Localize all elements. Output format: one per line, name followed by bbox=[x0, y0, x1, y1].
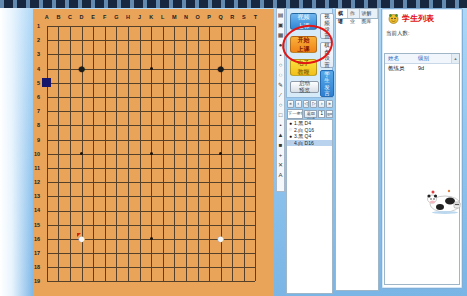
board-cell-L13[interactable] bbox=[157, 189, 169, 203]
nav-button-0[interactable]: « bbox=[287, 100, 294, 108]
board-cell-J4[interactable] bbox=[134, 62, 146, 76]
board-cell-N19[interactable] bbox=[180, 274, 192, 288]
board-cell-E3[interactable] bbox=[87, 47, 99, 61]
board-cell-S18[interactable] bbox=[238, 260, 250, 274]
board-cell-G7[interactable] bbox=[111, 104, 123, 118]
board-cell-P19[interactable] bbox=[203, 274, 215, 288]
board-cell-G16[interactable] bbox=[111, 232, 123, 246]
board-cell-R12[interactable] bbox=[227, 175, 239, 189]
board-cell-E10[interactable] bbox=[87, 147, 99, 161]
board-cell-R19[interactable] bbox=[227, 274, 239, 288]
pen-tool-icon[interactable]: ✎ bbox=[277, 80, 285, 90]
circle-mark-tool-icon[interactable]: ○ bbox=[277, 100, 285, 110]
board-cell-C6[interactable] bbox=[64, 90, 76, 104]
board-cell-O8[interactable] bbox=[192, 118, 204, 132]
board-cell-Q1[interactable] bbox=[215, 19, 227, 33]
board-cell-B16[interactable] bbox=[53, 232, 65, 246]
board-cell-E2[interactable] bbox=[87, 33, 99, 47]
board-cell-D11[interactable] bbox=[76, 161, 88, 175]
board-cell-N7[interactable] bbox=[180, 104, 192, 118]
board-cell-A2[interactable] bbox=[41, 33, 53, 47]
board-cell-K10[interactable] bbox=[145, 147, 157, 161]
board-cell-L16[interactable] bbox=[157, 232, 169, 246]
student-name-header[interactable]: 姓名 bbox=[385, 55, 418, 62]
board-cell-S15[interactable] bbox=[238, 218, 250, 232]
board-cell-H2[interactable] bbox=[122, 33, 134, 47]
board-cell-D12[interactable] bbox=[76, 175, 88, 189]
board-cell-K6[interactable] bbox=[145, 90, 157, 104]
board-cell-K14[interactable] bbox=[145, 203, 157, 217]
board-cell-R16[interactable] bbox=[227, 232, 239, 246]
board-cell-S14[interactable] bbox=[238, 203, 250, 217]
board-cell-S1[interactable] bbox=[238, 19, 250, 33]
board-cell-O11[interactable] bbox=[192, 161, 204, 175]
board-cell-J13[interactable] bbox=[134, 189, 146, 203]
board-cell-H17[interactable] bbox=[122, 246, 134, 260]
board-cell-Q18[interactable] bbox=[215, 260, 227, 274]
board-cell-A17[interactable] bbox=[41, 246, 53, 260]
nav-button-3[interactable]: ▷ bbox=[310, 100, 317, 108]
board-cell-R5[interactable] bbox=[227, 76, 239, 90]
board-cell-K8[interactable] bbox=[145, 118, 157, 132]
board-cell-N10[interactable] bbox=[180, 147, 192, 161]
student-rank-header[interactable]: 级别 bbox=[418, 55, 451, 62]
board-cell-G4[interactable] bbox=[111, 62, 123, 76]
board-cell-T16[interactable] bbox=[250, 232, 262, 246]
board-cell-B7[interactable] bbox=[53, 104, 65, 118]
board-cell-B4[interactable] bbox=[53, 62, 65, 76]
board-cell-H19[interactable] bbox=[122, 274, 134, 288]
board-cell-B19[interactable] bbox=[53, 274, 65, 288]
board-cell-D3[interactable] bbox=[76, 47, 88, 61]
eraser-tool-icon[interactable]: ◌ bbox=[277, 70, 285, 80]
board-cell-K2[interactable] bbox=[145, 33, 157, 47]
board-cell-F10[interactable] bbox=[99, 147, 111, 161]
board-cell-G14[interactable] bbox=[111, 203, 123, 217]
student-row[interactable]: 教练员9d bbox=[385, 64, 459, 72]
board-cell-G15[interactable] bbox=[111, 218, 123, 232]
board-cell-D1[interactable] bbox=[76, 19, 88, 33]
board-cell-F12[interactable] bbox=[99, 175, 111, 189]
board-cell-K15[interactable] bbox=[145, 218, 157, 232]
board-cell-N2[interactable] bbox=[180, 33, 192, 47]
board-cell-C1[interactable] bbox=[64, 19, 76, 33]
board-cell-P1[interactable] bbox=[203, 19, 215, 33]
board-cell-Q6[interactable] bbox=[215, 90, 227, 104]
board-cell-M15[interactable] bbox=[169, 218, 181, 232]
board-cell-B9[interactable] bbox=[53, 133, 65, 147]
new-file-icon[interactable]: ▤ bbox=[277, 10, 285, 20]
board-cell-Q15[interactable] bbox=[215, 218, 227, 232]
board-cell-B13[interactable] bbox=[53, 189, 65, 203]
board-cell-D10[interactable] bbox=[76, 147, 88, 161]
board-cell-Q9[interactable] bbox=[215, 133, 227, 147]
board-cell-J6[interactable] bbox=[134, 90, 146, 104]
nav-button-1[interactable]: ‹ bbox=[295, 100, 302, 108]
board-cell-B8[interactable] bbox=[53, 118, 65, 132]
board-cell-H10[interactable] bbox=[122, 147, 134, 161]
board-cell-G2[interactable] bbox=[111, 33, 123, 47]
move-number-input[interactable] bbox=[318, 110, 325, 118]
board-cell-T4[interactable] bbox=[250, 62, 262, 76]
board-cell-N5[interactable] bbox=[180, 76, 192, 90]
board-cell-C9[interactable] bbox=[64, 133, 76, 147]
board-cell-G19[interactable] bbox=[111, 274, 123, 288]
board-cell-A12[interactable] bbox=[41, 175, 53, 189]
board-cell-A13[interactable] bbox=[41, 189, 53, 203]
board-cell-B18[interactable] bbox=[53, 260, 65, 274]
video-settings-button[interactable]: 视频 设置 bbox=[320, 13, 334, 39]
board-cell-R4[interactable] bbox=[227, 62, 239, 76]
board-cell-S4[interactable] bbox=[238, 62, 250, 76]
board-settings-button[interactable]: 棋盘 设置 bbox=[320, 42, 334, 68]
board-cell-C16[interactable] bbox=[64, 232, 76, 246]
board-cell-L2[interactable] bbox=[157, 33, 169, 47]
board-cell-C14[interactable] bbox=[64, 203, 76, 217]
board-cell-H8[interactable] bbox=[122, 118, 134, 132]
board-cell-G18[interactable] bbox=[111, 260, 123, 274]
tab-2[interactable]: 讲解图库 bbox=[360, 9, 379, 18]
x-mark-tool-icon[interactable]: ✕ bbox=[277, 160, 285, 170]
go-to-move-button[interactable]: go bbox=[326, 110, 333, 118]
board-cell-E18[interactable] bbox=[87, 260, 99, 274]
board-cell-J15[interactable] bbox=[134, 218, 146, 232]
board-cell-H3[interactable] bbox=[122, 47, 134, 61]
board-cell-T18[interactable] bbox=[250, 260, 262, 274]
board-cell-K13[interactable] bbox=[145, 189, 157, 203]
board-cell-F9[interactable] bbox=[99, 133, 111, 147]
board-cell-R15[interactable] bbox=[227, 218, 239, 232]
board-cell-P2[interactable] bbox=[203, 33, 215, 47]
board-cell-M13[interactable] bbox=[169, 189, 181, 203]
board-cell-E5[interactable] bbox=[87, 76, 99, 90]
board-cell-D16[interactable]: ● bbox=[76, 232, 88, 246]
board-cell-J19[interactable] bbox=[134, 274, 146, 288]
board-cell-L17[interactable] bbox=[157, 246, 169, 260]
board-cell-A18[interactable] bbox=[41, 260, 53, 274]
board-cell-F19[interactable] bbox=[99, 274, 111, 288]
board-cell-T9[interactable] bbox=[250, 133, 262, 147]
tab-0[interactable]: 棋谱 bbox=[336, 9, 348, 18]
board-cell-O19[interactable] bbox=[192, 274, 204, 288]
board-cell-M19[interactable] bbox=[169, 274, 181, 288]
board-cell-M18[interactable] bbox=[169, 260, 181, 274]
board-cell-L12[interactable] bbox=[157, 175, 169, 189]
move-list[interactable]: ●1.黑 D4○2.白 Q16●3.黑 Q4○4.白 D16 bbox=[286, 119, 333, 294]
board-cell-E15[interactable] bbox=[87, 218, 99, 232]
board-cell-E11[interactable] bbox=[87, 161, 99, 175]
board-cell-K1[interactable] bbox=[145, 19, 157, 33]
board-cell-A19[interactable] bbox=[41, 274, 53, 288]
board-cell-H9[interactable] bbox=[122, 133, 134, 147]
board-cell-D17[interactable] bbox=[76, 246, 88, 260]
board-cell-P16[interactable] bbox=[203, 232, 215, 246]
board-cell-F4[interactable] bbox=[99, 62, 111, 76]
board-cell-Q4[interactable]: ● bbox=[215, 62, 227, 76]
board-cell-T2[interactable] bbox=[250, 33, 262, 47]
board-cell-N18[interactable] bbox=[180, 260, 192, 274]
board-cell-J17[interactable] bbox=[134, 246, 146, 260]
board-cell-A11[interactable] bbox=[41, 161, 53, 175]
board-cell-Q8[interactable] bbox=[215, 118, 227, 132]
board-cell-Q16[interactable]: ● bbox=[215, 232, 227, 246]
board-cell-H12[interactable] bbox=[122, 175, 134, 189]
board-cell-C4[interactable] bbox=[64, 62, 76, 76]
cross-mark-tool-icon[interactable]: + bbox=[277, 150, 285, 160]
board-cell-J12[interactable] bbox=[134, 175, 146, 189]
small-stone-tool-icon[interactable]: • bbox=[277, 50, 285, 60]
board-cell-B5[interactable] bbox=[53, 76, 65, 90]
board-cell-Q12[interactable] bbox=[215, 175, 227, 189]
board-cell-S6[interactable] bbox=[238, 90, 250, 104]
board-cell-H15[interactable] bbox=[122, 218, 134, 232]
board-cell-K5[interactable] bbox=[145, 76, 157, 90]
board-cell-R2[interactable] bbox=[227, 33, 239, 47]
board-cell-P6[interactable] bbox=[203, 90, 215, 104]
board-cell-P3[interactable] bbox=[203, 47, 215, 61]
board-cell-P14[interactable] bbox=[203, 203, 215, 217]
board-cell-E16[interactable] bbox=[87, 232, 99, 246]
board-cell-K18[interactable] bbox=[145, 260, 157, 274]
board-cell-F11[interactable] bbox=[99, 161, 111, 175]
board-cell-M2[interactable] bbox=[169, 33, 181, 47]
board-cell-S2[interactable] bbox=[238, 33, 250, 47]
board-cell-R17[interactable] bbox=[227, 246, 239, 260]
board-cell-N15[interactable] bbox=[180, 218, 192, 232]
board-cell-G11[interactable] bbox=[111, 161, 123, 175]
board-cell-D6[interactable] bbox=[76, 90, 88, 104]
board-cell-S19[interactable] bbox=[238, 274, 250, 288]
board-cell-L10[interactable] bbox=[157, 147, 169, 161]
board-cell-P11[interactable] bbox=[203, 161, 215, 175]
board-cell-M12[interactable] bbox=[169, 175, 181, 189]
board-cell-F3[interactable] bbox=[99, 47, 111, 61]
board-cell-S5[interactable] bbox=[238, 76, 250, 90]
board-cell-E4[interactable] bbox=[87, 62, 99, 76]
board-cell-G6[interactable] bbox=[111, 90, 123, 104]
board-cell-P17[interactable] bbox=[203, 246, 215, 260]
board-cell-L19[interactable] bbox=[157, 274, 169, 288]
board-cell-L18[interactable] bbox=[157, 260, 169, 274]
board-cell-F15[interactable] bbox=[99, 218, 111, 232]
board-cell-D9[interactable] bbox=[76, 133, 88, 147]
board-cell-G17[interactable] bbox=[111, 246, 123, 260]
board-cell-C8[interactable] bbox=[64, 118, 76, 132]
board-cell-C13[interactable] bbox=[64, 189, 76, 203]
board-cell-M8[interactable] bbox=[169, 118, 181, 132]
board-cell-L4[interactable] bbox=[157, 62, 169, 76]
board-cell-A7[interactable] bbox=[41, 104, 53, 118]
board-cell-N11[interactable] bbox=[180, 161, 192, 175]
board-cell-S7[interactable] bbox=[238, 104, 250, 118]
board-cell-T7[interactable] bbox=[250, 104, 262, 118]
board-cell-B15[interactable] bbox=[53, 218, 65, 232]
board-cell-G5[interactable] bbox=[111, 76, 123, 90]
board-cell-Q3[interactable] bbox=[215, 47, 227, 61]
board-cell-E7[interactable] bbox=[87, 104, 99, 118]
board-cell-A15[interactable] bbox=[41, 218, 53, 232]
pointer-tool-button[interactable]: 电子教鞭 bbox=[290, 59, 317, 76]
board-cell-M3[interactable] bbox=[169, 47, 181, 61]
board-cell-Q7[interactable] bbox=[215, 104, 227, 118]
board-cell-B17[interactable] bbox=[53, 246, 65, 260]
board-cell-M1[interactable] bbox=[169, 19, 181, 33]
board-cell-B3[interactable] bbox=[53, 47, 65, 61]
board-cell-R7[interactable] bbox=[227, 104, 239, 118]
board-cell-Q2[interactable] bbox=[215, 33, 227, 47]
board-cell-K9[interactable] bbox=[145, 133, 157, 147]
board-cell-L5[interactable] bbox=[157, 76, 169, 90]
board-cell-N4[interactable] bbox=[180, 62, 192, 76]
board-cell-O14[interactable] bbox=[192, 203, 204, 217]
board-cell-C15[interactable] bbox=[64, 218, 76, 232]
board-cell-K11[interactable] bbox=[145, 161, 157, 175]
board-cell-S17[interactable] bbox=[238, 246, 250, 260]
board-cell-K17[interactable] bbox=[145, 246, 157, 260]
board-cell-G9[interactable] bbox=[111, 133, 123, 147]
board-cell-Q13[interactable] bbox=[215, 189, 227, 203]
board-cell-P9[interactable] bbox=[203, 133, 215, 147]
board-cell-M11[interactable] bbox=[169, 161, 181, 175]
board-cell-O10[interactable] bbox=[192, 147, 204, 161]
board-cell-J5[interactable] bbox=[134, 76, 146, 90]
return-joseki-button[interactable]: 返回定式 bbox=[304, 110, 317, 118]
board-cell-T1[interactable] bbox=[250, 19, 262, 33]
board-cell-L11[interactable] bbox=[157, 161, 169, 175]
board-cell-E19[interactable] bbox=[87, 274, 99, 288]
board-cell-H18[interactable] bbox=[122, 260, 134, 274]
board-cell-A6[interactable] bbox=[41, 90, 53, 104]
board-cell-D8[interactable] bbox=[76, 118, 88, 132]
board-cell-O9[interactable] bbox=[192, 133, 204, 147]
board-cell-H4[interactable] bbox=[122, 62, 134, 76]
board-cell-N8[interactable] bbox=[180, 118, 192, 132]
board-cell-D13[interactable] bbox=[76, 189, 88, 203]
filled-square-tool-icon[interactable]: ■ bbox=[277, 140, 285, 150]
board-cell-A5[interactable] bbox=[41, 76, 53, 90]
board-cell-T17[interactable] bbox=[250, 246, 262, 260]
board-cell-R8[interactable] bbox=[227, 118, 239, 132]
board-cell-J14[interactable] bbox=[134, 203, 146, 217]
board-cell-L3[interactable] bbox=[157, 47, 169, 61]
dot-mark-tool-icon[interactable]: • bbox=[277, 120, 285, 130]
board-cell-Q10[interactable] bbox=[215, 147, 227, 161]
board-cell-A3[interactable] bbox=[41, 47, 53, 61]
board-cell-O7[interactable] bbox=[192, 104, 204, 118]
board-cell-H16[interactable] bbox=[122, 232, 134, 246]
board-cell-S9[interactable] bbox=[238, 133, 250, 147]
variation-dropdown[interactable]: 下一变化 bbox=[287, 109, 303, 119]
board-cell-F2[interactable] bbox=[99, 33, 111, 47]
board-cell-O12[interactable] bbox=[192, 175, 204, 189]
board-cell-H13[interactable] bbox=[122, 189, 134, 203]
board-cell-C3[interactable] bbox=[64, 47, 76, 61]
board-cell-T19[interactable] bbox=[250, 274, 262, 288]
board-cell-P10[interactable] bbox=[203, 147, 215, 161]
board-cell-R6[interactable] bbox=[227, 90, 239, 104]
triangle-mark-tool-icon[interactable]: ▲ bbox=[277, 130, 285, 140]
board-cell-C10[interactable] bbox=[64, 147, 76, 161]
board-cell-Q17[interactable] bbox=[215, 246, 227, 260]
board-cell-G13[interactable] bbox=[111, 189, 123, 203]
board-cell-P5[interactable] bbox=[203, 76, 215, 90]
board-cell-A16[interactable] bbox=[41, 232, 53, 246]
board-cell-G12[interactable] bbox=[111, 175, 123, 189]
board-cell-O3[interactable] bbox=[192, 47, 204, 61]
scrollbar-up-icon[interactable]: ▲ bbox=[451, 54, 459, 63]
board-cell-J8[interactable] bbox=[134, 118, 146, 132]
board-cell-L8[interactable] bbox=[157, 118, 169, 132]
board-cell-N6[interactable] bbox=[180, 90, 192, 104]
board-cell-K3[interactable] bbox=[145, 47, 157, 61]
board-cell-P12[interactable] bbox=[203, 175, 215, 189]
board-cell-F1[interactable] bbox=[99, 19, 111, 33]
board-cell-P18[interactable] bbox=[203, 260, 215, 274]
board-cell-O18[interactable] bbox=[192, 260, 204, 274]
board-cell-J16[interactable] bbox=[134, 232, 146, 246]
board-cell-F13[interactable] bbox=[99, 189, 111, 203]
board-cell-O17[interactable] bbox=[192, 246, 204, 260]
board-cell-B11[interactable] bbox=[53, 161, 65, 175]
board-cell-G8[interactable] bbox=[111, 118, 123, 132]
board-cell-G10[interactable] bbox=[111, 147, 123, 161]
board-cell-F16[interactable] bbox=[99, 232, 111, 246]
board-cell-P13[interactable] bbox=[203, 189, 215, 203]
board-cell-K4[interactable] bbox=[145, 62, 157, 76]
save-icon[interactable]: ▦ bbox=[277, 30, 285, 40]
board-cell-K12[interactable] bbox=[145, 175, 157, 189]
board-cell-B14[interactable] bbox=[53, 203, 65, 217]
board-cell-L6[interactable] bbox=[157, 90, 169, 104]
board-cell-S11[interactable] bbox=[238, 161, 250, 175]
board-cell-Q5[interactable] bbox=[215, 76, 227, 90]
board-cell-R3[interactable] bbox=[227, 47, 239, 61]
board-cell-K7[interactable] bbox=[145, 104, 157, 118]
line-tool-icon[interactable]: ∕ bbox=[277, 90, 285, 100]
board-cell-Q11[interactable] bbox=[215, 161, 227, 175]
board-cell-O5[interactable] bbox=[192, 76, 204, 90]
board-cell-L9[interactable] bbox=[157, 133, 169, 147]
board-cell-R18[interactable] bbox=[227, 260, 239, 274]
board-cell-C2[interactable] bbox=[64, 33, 76, 47]
board-cell-J18[interactable] bbox=[134, 260, 146, 274]
board-cell-J3[interactable] bbox=[134, 47, 146, 61]
board-cell-C7[interactable] bbox=[64, 104, 76, 118]
board-cell-T11[interactable] bbox=[250, 161, 262, 175]
board-cell-O15[interactable] bbox=[192, 218, 204, 232]
board-cell-B10[interactable] bbox=[53, 147, 65, 161]
board-cell-A4[interactable] bbox=[41, 62, 53, 76]
board-cell-O4[interactable] bbox=[192, 62, 204, 76]
board-cell-M7[interactable] bbox=[169, 104, 181, 118]
video-class-button[interactable]: 视频上课 bbox=[290, 13, 317, 30]
start-class-button[interactable]: 开始上课 bbox=[290, 36, 317, 53]
board-cell-T5[interactable] bbox=[250, 76, 262, 90]
board-cell-M5[interactable] bbox=[169, 76, 181, 90]
board-cell-H5[interactable] bbox=[122, 76, 134, 90]
white-stone-tool-icon[interactable]: ○ bbox=[277, 60, 285, 70]
preview-button[interactable]: 启动预览 bbox=[290, 81, 319, 93]
board-cell-C11[interactable] bbox=[64, 161, 76, 175]
nav-button-5[interactable]: » bbox=[326, 100, 333, 108]
board-cell-L7[interactable] bbox=[157, 104, 169, 118]
board-cell-F17[interactable] bbox=[99, 246, 111, 260]
board-cell-L15[interactable] bbox=[157, 218, 169, 232]
board-cell-N16[interactable] bbox=[180, 232, 192, 246]
board-cell-N12[interactable] bbox=[180, 175, 192, 189]
move-list-item[interactable]: ○4.白 D16 bbox=[287, 140, 332, 147]
board-cell-E14[interactable] bbox=[87, 203, 99, 217]
